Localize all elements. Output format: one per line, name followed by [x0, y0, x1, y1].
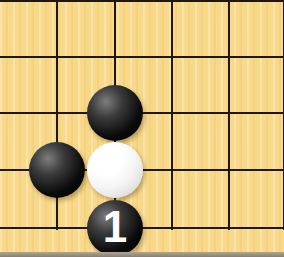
grid-line-vertical	[283, 0, 284, 230]
move-number-label: 1	[103, 205, 127, 249]
stone-black	[87, 85, 143, 141]
go-board-screenshot: 1	[0, 0, 284, 257]
grid-line-vertical	[228, 0, 230, 230]
stone-black: 1	[87, 200, 143, 256]
board-bottom-edge	[0, 252, 284, 257]
grid-line-horizontal	[0, 0, 284, 2]
go-board[interactable]: 1	[0, 0, 284, 257]
grid-line-vertical	[171, 0, 173, 230]
stone-black	[29, 142, 85, 198]
grid-line-horizontal	[0, 56, 284, 58]
stone-white	[87, 142, 143, 198]
